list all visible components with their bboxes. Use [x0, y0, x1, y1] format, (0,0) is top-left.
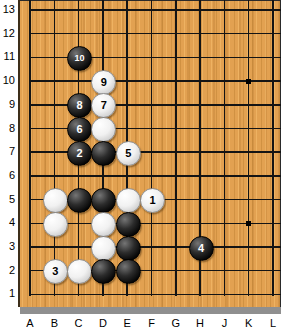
stone-white-D10-move-9[interactable]: 9: [91, 70, 116, 95]
grid-line-h-1: [30, 294, 281, 296]
grid-line-v-L: [272, 0, 274, 296]
row-label-6: 6: [0, 168, 15, 182]
col-label-K: K: [241, 316, 257, 330]
col-label-H: H: [192, 316, 208, 330]
col-label-L: L: [265, 316, 281, 330]
row-label-2: 2: [0, 263, 15, 277]
stone-black-E2[interactable]: [116, 259, 141, 284]
row-label-7: 7: [0, 144, 15, 158]
grid-line-v-K: [248, 0, 250, 296]
row-label-11: 11: [0, 49, 15, 63]
stone-white-D3[interactable]: [91, 236, 116, 261]
stone-white-B4[interactable]: [43, 212, 68, 237]
row-label-5: 5: [0, 192, 15, 206]
grid-line-v-F: [151, 0, 153, 296]
stone-white-E7-move-5[interactable]: 5: [116, 141, 141, 166]
row-label-9: 9: [0, 97, 15, 111]
star-point-K10: [246, 79, 251, 84]
col-label-A: A: [22, 316, 38, 330]
grid-line-h-3: [30, 246, 281, 248]
board-shadow: [20, 307, 281, 314]
row-label-12: 12: [0, 26, 15, 40]
grid-line-v-B: [54, 0, 56, 296]
row-label-4: 4: [0, 215, 15, 229]
col-label-C: C: [71, 316, 87, 330]
board-top-edge: [18, 0, 281, 1]
stone-white-F5-move-1[interactable]: 1: [140, 188, 165, 213]
stone-white-B5[interactable]: [43, 188, 68, 213]
go-diagram-canvas: 13121110987654321ABCDEFGHJKL10987625143: [0, 0, 281, 332]
board-left-edge: [18, 0, 20, 307]
grid-line-h-12: [30, 33, 281, 35]
col-label-D: D: [95, 316, 111, 330]
grid-line-h-13: [30, 9, 281, 11]
stone-black-H3-move-4[interactable]: 4: [189, 236, 214, 261]
grid-line-h-6: [30, 175, 281, 177]
stone-black-E4[interactable]: [116, 212, 141, 237]
row-label-1: 1: [0, 286, 15, 300]
stone-white-E5[interactable]: [116, 188, 141, 213]
board-right-edge: [280, 0, 281, 307]
row-label-8: 8: [0, 121, 15, 135]
stone-black-D7[interactable]: [91, 141, 116, 166]
star-point-K4: [246, 221, 251, 226]
row-label-3: 3: [0, 239, 15, 253]
row-label-13: 13: [0, 2, 15, 16]
col-label-E: E: [119, 316, 135, 330]
grid-line-v-G: [175, 0, 177, 296]
stone-black-C7-move-2[interactable]: 2: [67, 141, 92, 166]
grid-line-h-10: [30, 80, 281, 82]
col-label-G: G: [168, 316, 184, 330]
stone-black-C8-move-6[interactable]: 6: [67, 117, 92, 142]
col-label-B: B: [46, 316, 62, 330]
grid-line-v-A: [29, 0, 31, 296]
stone-black-E3[interactable]: [116, 236, 141, 261]
stone-white-B2-move-3[interactable]: 3: [43, 259, 68, 284]
grid-line-v-J: [224, 0, 226, 296]
row-label-10: 10: [0, 73, 15, 87]
stone-black-C11-move-10[interactable]: 10: [67, 46, 92, 71]
col-label-F: F: [144, 316, 160, 330]
col-label-J: J: [216, 316, 232, 330]
